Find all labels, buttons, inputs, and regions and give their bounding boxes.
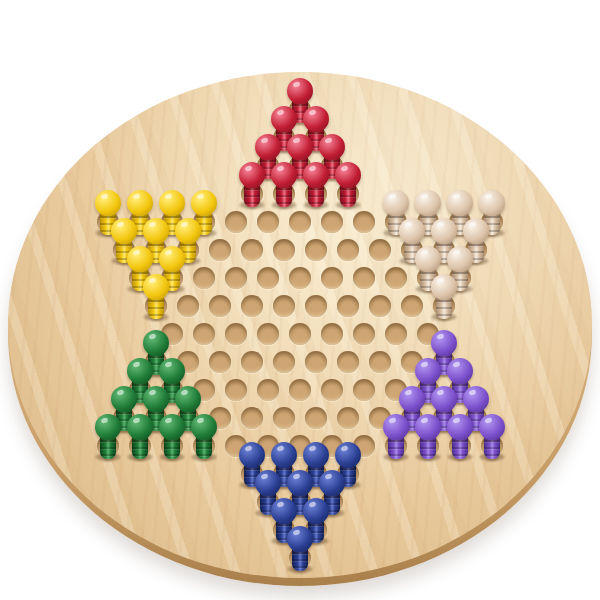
empty-hole-cell — [252, 208, 284, 236]
board-hole[interactable] — [369, 239, 391, 261]
board-row-5 — [0, 208, 600, 236]
empty-hole-cell — [332, 348, 364, 376]
board-row-15 — [0, 488, 600, 516]
peg-head — [319, 470, 345, 496]
empty-hole-cell — [300, 348, 332, 376]
peg-head — [175, 386, 201, 412]
empty-hole-cell — [220, 208, 252, 236]
peg-head — [303, 162, 329, 188]
empty-hole-cell — [252, 320, 284, 348]
peg-head — [463, 218, 489, 244]
board-hole[interactable] — [353, 323, 375, 345]
peg-cell — [412, 432, 444, 460]
peg-cell — [284, 544, 316, 572]
empty-hole-cell — [316, 208, 348, 236]
board-hole[interactable] — [193, 267, 215, 289]
peg-cell — [444, 432, 476, 460]
peg-head — [127, 414, 153, 440]
board-row-12 — [0, 404, 600, 432]
board-hole[interactable] — [401, 295, 423, 317]
peg-cell — [428, 292, 460, 320]
board-hole[interactable] — [257, 379, 279, 401]
peg-head — [239, 162, 265, 188]
peg-head — [383, 190, 409, 216]
empty-hole-cell — [188, 320, 220, 348]
peg-head — [159, 190, 185, 216]
peg-head — [159, 414, 185, 440]
empty-hole-cell — [236, 348, 268, 376]
board-hole[interactable] — [305, 239, 327, 261]
empty-hole-cell — [316, 376, 348, 404]
peg-red[interactable] — [335, 162, 361, 208]
empty-hole-cell — [268, 292, 300, 320]
board-hole[interactable] — [337, 239, 359, 261]
peg-green[interactable] — [191, 414, 217, 460]
peg-head — [143, 274, 169, 300]
peg-head — [287, 78, 313, 104]
empty-hole-cell — [300, 404, 332, 432]
empty-hole-cell — [252, 264, 284, 292]
empty-hole-cell — [348, 376, 380, 404]
empty-hole-cell — [316, 264, 348, 292]
peg-cell — [92, 432, 124, 460]
peg-head — [287, 470, 313, 496]
peg-head — [431, 330, 457, 356]
peg-blue[interactable] — [287, 526, 313, 572]
product-photo-background — [0, 0, 600, 600]
empty-hole-cell — [348, 320, 380, 348]
peg-head — [335, 442, 361, 468]
board-hole[interactable] — [369, 351, 391, 373]
peg-grid — [0, 96, 600, 572]
peg-head — [111, 218, 137, 244]
board-hole[interactable] — [321, 211, 343, 233]
peg-head — [335, 162, 361, 188]
board-hole[interactable] — [305, 295, 327, 317]
peg-head — [303, 442, 329, 468]
board-row-13 — [0, 432, 600, 460]
peg-cell — [140, 292, 172, 320]
board-row-6 — [0, 236, 600, 264]
peg-head — [447, 246, 473, 272]
peg-head — [383, 414, 409, 440]
board-row-11 — [0, 376, 600, 404]
peg-purple[interactable] — [447, 414, 473, 460]
peg-head — [415, 414, 441, 440]
empty-hole-cell — [268, 404, 300, 432]
peg-head — [479, 414, 505, 440]
peg-head — [111, 386, 137, 412]
board-hole[interactable] — [273, 295, 295, 317]
board-hole[interactable] — [273, 351, 295, 373]
peg-head — [143, 386, 169, 412]
peg-head — [239, 442, 265, 468]
board-hole[interactable] — [385, 323, 407, 345]
board-hole[interactable] — [241, 407, 263, 429]
peg-head — [415, 190, 441, 216]
peg-green[interactable] — [127, 414, 153, 460]
empty-hole-cell — [380, 320, 412, 348]
board-row-7 — [0, 264, 600, 292]
peg-cell — [188, 432, 220, 460]
peg-head — [95, 190, 121, 216]
peg-red[interactable] — [271, 162, 297, 208]
empty-hole-cell — [348, 264, 380, 292]
board-hole[interactable] — [353, 267, 375, 289]
peg-green[interactable] — [95, 414, 121, 460]
peg-cell — [476, 432, 508, 460]
board-hole[interactable] — [257, 323, 279, 345]
board-hole[interactable] — [209, 351, 231, 373]
board-row-10 — [0, 348, 600, 376]
empty-hole-cell — [348, 208, 380, 236]
peg-head — [399, 386, 425, 412]
peg-head — [127, 358, 153, 384]
peg-red[interactable] — [303, 162, 329, 208]
empty-hole-cell — [300, 292, 332, 320]
empty-hole-cell — [380, 264, 412, 292]
peg-head — [127, 246, 153, 272]
board-hole[interactable] — [305, 351, 327, 373]
board-row-4 — [0, 180, 600, 208]
board-hole[interactable] — [241, 351, 263, 373]
empty-hole-cell — [284, 264, 316, 292]
peg-head — [95, 414, 121, 440]
board-hole[interactable] — [369, 295, 391, 317]
empty-hole-cell — [236, 404, 268, 432]
peg-head — [127, 190, 153, 216]
board-hole[interactable] — [273, 407, 295, 429]
board-hole[interactable] — [225, 323, 247, 345]
empty-hole-cell — [396, 292, 428, 320]
empty-hole-cell — [332, 236, 364, 264]
peg-cell — [124, 432, 156, 460]
peg-red[interactable] — [239, 162, 265, 208]
board-hole[interactable] — [305, 407, 327, 429]
peg-natural[interactable] — [431, 274, 457, 320]
board-row-1 — [0, 96, 600, 124]
board-hole[interactable] — [257, 211, 279, 233]
board-hole[interactable] — [225, 267, 247, 289]
board-hole[interactable] — [225, 211, 247, 233]
empty-hole-cell — [204, 236, 236, 264]
peg-head — [143, 218, 169, 244]
empty-hole-cell — [364, 348, 396, 376]
board-hole[interactable] — [289, 379, 311, 401]
peg-head — [143, 330, 169, 356]
peg-head — [415, 358, 441, 384]
board-hole[interactable] — [257, 267, 279, 289]
empty-hole-cell — [220, 376, 252, 404]
peg-head — [191, 414, 217, 440]
empty-hole-cell — [236, 236, 268, 264]
board-hole[interactable] — [353, 379, 375, 401]
board-hole[interactable] — [241, 239, 263, 261]
board-hole[interactable] — [321, 323, 343, 345]
peg-head — [159, 358, 185, 384]
board-hole[interactable] — [273, 239, 295, 261]
board-hole[interactable] — [321, 267, 343, 289]
peg-head — [303, 498, 329, 524]
peg-head — [431, 218, 457, 244]
empty-hole-cell — [172, 292, 204, 320]
peg-head — [431, 386, 457, 412]
empty-hole-cell — [188, 264, 220, 292]
peg-head — [303, 106, 329, 132]
board-hole[interactable] — [353, 211, 375, 233]
peg-head — [447, 358, 473, 384]
empty-hole-cell — [252, 376, 284, 404]
board-hole[interactable] — [177, 295, 199, 317]
board-hole[interactable] — [337, 295, 359, 317]
empty-hole-cell — [220, 264, 252, 292]
board-hole[interactable] — [225, 379, 247, 401]
peg-cell — [156, 432, 188, 460]
peg-head — [447, 414, 473, 440]
empty-hole-cell — [284, 376, 316, 404]
board-hole[interactable] — [289, 323, 311, 345]
peg-head — [255, 470, 281, 496]
board-hole[interactable] — [193, 323, 215, 345]
peg-green[interactable] — [159, 414, 185, 460]
empty-hole-cell — [364, 292, 396, 320]
peg-head — [463, 386, 489, 412]
board-hole[interactable] — [289, 211, 311, 233]
empty-hole-cell — [284, 320, 316, 348]
board-hole[interactable] — [337, 351, 359, 373]
peg-head — [175, 218, 201, 244]
board-hole[interactable] — [337, 407, 359, 429]
board-row-9 — [0, 320, 600, 348]
peg-head — [479, 190, 505, 216]
peg-head — [255, 134, 281, 160]
peg-head — [447, 190, 473, 216]
peg-head — [191, 190, 217, 216]
board-hole[interactable] — [209, 239, 231, 261]
board-row-17 — [0, 544, 600, 572]
empty-hole-cell — [236, 292, 268, 320]
peg-cell — [332, 180, 364, 208]
peg-head — [415, 246, 441, 272]
peg-head — [271, 442, 297, 468]
board-row-8 — [0, 292, 600, 320]
peg-yellow[interactable] — [143, 274, 169, 320]
peg-cell — [300, 180, 332, 208]
peg-purple[interactable] — [479, 414, 505, 460]
empty-hole-cell — [332, 292, 364, 320]
peg-head — [431, 274, 457, 300]
empty-hole-cell — [364, 236, 396, 264]
empty-hole-cell — [268, 236, 300, 264]
board-hole[interactable] — [289, 267, 311, 289]
board-hole[interactable] — [385, 267, 407, 289]
peg-cell — [236, 180, 268, 208]
empty-hole-cell — [204, 348, 236, 376]
peg-head — [271, 162, 297, 188]
peg-head — [287, 526, 313, 552]
empty-hole-cell — [268, 348, 300, 376]
board-hole[interactable] — [241, 295, 263, 317]
empty-hole-cell — [332, 404, 364, 432]
peg-cell — [268, 180, 300, 208]
peg-head — [319, 134, 345, 160]
peg-cell — [380, 432, 412, 460]
board-hole[interactable] — [209, 295, 231, 317]
empty-hole-cell — [204, 292, 236, 320]
peg-head — [271, 498, 297, 524]
peg-purple[interactable] — [383, 414, 409, 460]
empty-hole-cell — [300, 236, 332, 264]
empty-hole-cell — [316, 320, 348, 348]
peg-head — [287, 134, 313, 160]
peg-head — [399, 218, 425, 244]
empty-hole-cell — [284, 208, 316, 236]
peg-purple[interactable] — [415, 414, 441, 460]
board-hole[interactable] — [321, 379, 343, 401]
empty-hole-cell — [220, 320, 252, 348]
peg-head — [159, 246, 185, 272]
peg-head — [271, 106, 297, 132]
board-row-3 — [0, 152, 600, 180]
